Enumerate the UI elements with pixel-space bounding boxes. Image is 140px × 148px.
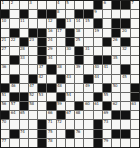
black-cell-r13c14 — [121, 111, 129, 119]
white-cell-r7c4[interactable] — [29, 56, 37, 64]
white-cell-r12c14[interactable] — [121, 102, 129, 110]
white-cell-r7c6[interactable]: 34 — [47, 56, 55, 64]
white-cell-r11c1[interactable]: 51 — [1, 93, 9, 101]
white-cell-r2c11[interactable]: 9 — [94, 10, 102, 18]
black-cell-r16c11 — [94, 139, 102, 147]
black-cell-r12c6 — [47, 102, 55, 110]
white-cell-r13c12[interactable]: 69 — [103, 111, 111, 119]
white-cell-r11c8[interactable]: 54 — [66, 93, 74, 101]
black-cell-r3c11 — [94, 19, 102, 27]
white-cell-r6c2[interactable] — [10, 47, 18, 55]
white-cell-r5c11[interactable] — [94, 38, 102, 46]
clue-number: 66 — [48, 111, 53, 115]
black-cell-r11c15 — [131, 93, 139, 101]
clue-number: 26 — [113, 38, 118, 42]
white-cell-r5c2[interactable]: 22 — [10, 38, 18, 46]
white-cell-r9c9[interactable] — [75, 75, 83, 83]
white-cell-r7c8[interactable] — [66, 56, 74, 64]
white-cell-r6c12[interactable] — [103, 47, 111, 55]
white-cell-r2c15[interactable] — [131, 10, 139, 18]
clue-number: 10 — [2, 19, 7, 23]
clue-number: 16 — [48, 29, 53, 33]
white-cell-r5c9[interactable]: 25 — [75, 38, 83, 46]
white-cell-r16c6[interactable]: 78 — [47, 139, 55, 147]
black-cell-r2c9 — [75, 10, 83, 18]
white-cell-r14c1[interactable]: 70 — [1, 120, 9, 128]
white-cell-r9c11[interactable]: 44 — [94, 75, 102, 83]
clue-number: 28 — [20, 47, 25, 51]
white-cell-r9c3[interactable] — [20, 75, 28, 83]
white-cell-r8c1[interactable]: 36 — [1, 65, 9, 73]
black-cell-r4c13 — [112, 29, 120, 37]
clue-number: 33 — [20, 56, 25, 60]
clue-number: 67 — [66, 111, 71, 115]
black-cell-r15c2 — [10, 130, 18, 138]
black-cell-r3c14 — [121, 19, 129, 27]
white-cell-r13c3[interactable]: 65 — [20, 111, 28, 119]
crossword-board: 1234567891011121314151617181920212223242… — [0, 0, 140, 148]
white-cell-r4c9[interactable]: 18 — [75, 29, 83, 37]
black-cell-r14c11 — [94, 120, 102, 128]
clue-number: 62 — [113, 102, 118, 106]
white-cell-r14c10[interactable] — [84, 120, 92, 128]
clue-number: 19 — [94, 29, 99, 33]
clue-number: 27 — [2, 47, 7, 51]
white-cell-r4c10[interactable] — [84, 29, 92, 37]
white-cell-r11c6[interactable] — [47, 93, 55, 101]
clue-number: 79 — [103, 139, 108, 143]
clue-number: 22 — [11, 38, 16, 42]
white-cell-r2c14[interactable] — [121, 10, 129, 18]
white-cell-r4c12[interactable] — [103, 29, 111, 37]
white-cell-r13c5[interactable] — [38, 111, 46, 119]
white-cell-r1c6[interactable] — [47, 1, 55, 9]
black-cell-r7c12 — [103, 56, 111, 64]
white-cell-r4c1[interactable] — [1, 29, 9, 37]
black-cell-r4c2 — [10, 29, 18, 37]
white-cell-r15c15[interactable] — [131, 130, 139, 138]
clue-number: 45 — [122, 75, 127, 79]
white-cell-r6c7[interactable] — [57, 47, 65, 55]
white-cell-r14c14[interactable] — [121, 120, 129, 128]
white-cell-r11c4[interactable]: 52 — [29, 93, 37, 101]
white-cell-r3c4[interactable] — [29, 19, 37, 27]
clue-number: 52 — [29, 93, 34, 97]
white-cell-r15c9[interactable]: 76 — [75, 130, 83, 138]
white-cell-r12c11[interactable]: 61 — [94, 102, 102, 110]
black-cell-r5c3 — [20, 38, 28, 46]
white-cell-r10c10[interactable]: 49 — [84, 84, 92, 92]
clue-number: 13 — [66, 19, 71, 23]
black-cell-r6c5 — [38, 47, 46, 55]
clue-number: 14 — [76, 19, 81, 23]
clue-number: 20 — [122, 29, 127, 33]
white-cell-r5c4[interactable]: 23 — [29, 38, 37, 46]
black-cell-r11c3 — [20, 93, 28, 101]
clue-number: 76 — [76, 130, 81, 134]
black-cell-r2c1 — [1, 10, 9, 18]
black-cell-r16c5 — [38, 139, 46, 147]
clue-number: 39 — [76, 65, 81, 69]
white-cell-r10c8[interactable] — [66, 84, 74, 92]
white-cell-r15c4[interactable] — [29, 130, 37, 138]
black-cell-r5c12 — [103, 38, 111, 46]
clue-number: 64 — [11, 111, 16, 115]
white-cell-r14c6[interactable]: 71 — [47, 120, 55, 128]
black-cell-r15c8 — [66, 130, 74, 138]
white-cell-r10c9[interactable] — [75, 84, 83, 92]
white-cell-r14c8[interactable] — [66, 120, 74, 128]
white-cell-r8c13[interactable] — [112, 65, 120, 73]
white-cell-r16c2[interactable] — [10, 139, 18, 147]
white-cell-r10c2[interactable]: 46 — [10, 84, 18, 92]
white-cell-r8c2[interactable] — [10, 65, 18, 73]
white-cell-r7c7[interactable] — [57, 56, 65, 64]
white-cell-r3c6[interactable]: 12 — [47, 19, 55, 27]
white-cell-r7c14[interactable] — [121, 56, 129, 64]
white-cell-r9c8[interactable]: 43 — [66, 75, 74, 83]
black-cell-r10c12 — [103, 84, 111, 92]
white-cell-r14c15[interactable] — [131, 120, 139, 128]
white-cell-r10c13[interactable]: 50 — [112, 84, 120, 92]
clue-number: 40 — [94, 65, 99, 69]
clue-number: 32 — [122, 47, 127, 51]
white-cell-r14c12[interactable]: 73 — [103, 120, 111, 128]
black-cell-r10c6 — [47, 84, 55, 92]
white-cell-r13c2[interactable]: 64 — [10, 111, 18, 119]
clue-number: 65 — [20, 111, 25, 115]
white-cell-r1c10[interactable] — [84, 1, 92, 9]
white-cell-r15c7[interactable] — [57, 130, 65, 138]
white-cell-r7c10[interactable] — [84, 56, 92, 64]
clue-number: 72 — [57, 120, 62, 124]
clue-number: 57 — [11, 102, 16, 106]
white-cell-r15c10[interactable] — [84, 130, 92, 138]
clue-number: 78 — [48, 139, 53, 143]
white-cell-r10c4[interactable]: 47 — [29, 84, 37, 92]
white-cell-r3c5[interactable] — [38, 19, 46, 27]
clue-number: 38 — [57, 65, 62, 69]
white-cell-r10c3[interactable] — [20, 84, 28, 92]
white-cell-r8c15[interactable] — [131, 65, 139, 73]
black-cell-r12c3 — [20, 102, 28, 110]
white-cell-r4c15[interactable] — [131, 29, 139, 37]
black-cell-r9c7 — [57, 75, 65, 83]
white-cell-r16c1[interactable]: 77 — [1, 139, 9, 147]
white-cell-r8c12[interactable]: 41 — [103, 65, 111, 73]
white-cell-r16c3[interactable] — [20, 139, 28, 147]
clue-number: 8 — [57, 10, 59, 14]
black-cell-r7c9 — [75, 56, 83, 64]
clue-number: 75 — [48, 130, 53, 134]
white-cell-r11c5[interactable]: 53 — [38, 93, 46, 101]
white-cell-r5c10[interactable] — [84, 38, 92, 46]
black-cell-r9c4 — [29, 75, 37, 83]
white-cell-r1c2[interactable]: 2 — [10, 1, 18, 9]
clue-number: 51 — [2, 93, 7, 97]
white-cell-r14c9[interactable] — [75, 120, 83, 128]
white-cell-r16c9[interactable] — [75, 139, 83, 147]
white-cell-r12c1[interactable]: 56 — [1, 102, 9, 110]
white-cell-r16c14[interactable] — [121, 139, 129, 147]
white-cell-r9c15[interactable] — [131, 75, 139, 83]
clue-number: 73 — [103, 120, 108, 124]
clue-number: 12 — [48, 19, 53, 23]
white-cell-r3c12[interactable] — [103, 19, 111, 27]
white-cell-r4c3[interactable] — [20, 29, 28, 37]
white-cell-r3c2[interactable] — [10, 19, 18, 27]
white-cell-r3c1[interactable]: 10 — [1, 19, 9, 27]
white-cell-r14c13[interactable] — [112, 120, 120, 128]
white-cell-r7c15[interactable] — [131, 56, 139, 64]
white-cell-r13c8[interactable]: 67 — [66, 111, 74, 119]
white-cell-r9c12[interactable] — [103, 75, 111, 83]
white-cell-r9c14[interactable]: 45 — [121, 75, 129, 83]
black-cell-r3c7 — [57, 19, 65, 27]
black-cell-r14c5 — [38, 120, 46, 128]
black-cell-r5c5 — [38, 38, 46, 46]
white-cell-r1c3[interactable] — [20, 1, 28, 9]
white-cell-r9c5[interactable]: 42 — [38, 75, 46, 83]
clue-number: 44 — [94, 75, 99, 79]
black-cell-r3c13 — [112, 19, 120, 27]
white-cell-r13c4[interactable] — [29, 111, 37, 119]
white-cell-r12c8[interactable] — [66, 102, 74, 110]
white-cell-r8c5[interactable]: 37 — [38, 65, 46, 73]
white-cell-r12c2[interactable]: 57 — [10, 102, 18, 110]
white-cell-r13c9[interactable]: 68 — [75, 111, 83, 119]
white-cell-r6c8[interactable]: 30 — [66, 47, 74, 55]
white-cell-r6c6[interactable]: 29 — [47, 47, 55, 55]
white-cell-r13c10[interactable] — [84, 111, 92, 119]
clue-number: 9 — [94, 10, 96, 14]
white-cell-r16c15[interactable] — [131, 139, 139, 147]
white-cell-r15c12[interactable] — [103, 130, 111, 138]
black-cell-r13c7 — [57, 111, 65, 119]
white-cell-r6c11[interactable] — [94, 47, 102, 55]
white-cell-r14c3[interactable] — [20, 120, 28, 128]
black-cell-r10c1 — [1, 84, 9, 92]
black-cell-r2c10 — [84, 10, 92, 18]
black-cell-r2c6 — [47, 10, 55, 18]
black-cell-r9c10 — [84, 75, 92, 83]
white-cell-r8c4[interactable] — [29, 65, 37, 73]
white-cell-r5c13[interactable]: 26 — [112, 38, 120, 46]
clue-number: 2 — [11, 1, 13, 5]
black-cell-r1c14 — [121, 1, 129, 9]
white-cell-r1c1[interactable]: 1 — [1, 1, 9, 9]
clue-number: 6 — [103, 1, 105, 5]
black-cell-r5c8 — [66, 38, 74, 46]
clue-number: 43 — [66, 75, 71, 79]
white-cell-r8c9[interactable]: 39 — [75, 65, 83, 73]
white-cell-r8c8[interactable] — [66, 65, 74, 73]
clue-number: 46 — [11, 84, 16, 88]
white-cell-r13c6[interactable]: 66 — [47, 111, 55, 119]
white-cell-r6c4[interactable] — [29, 47, 37, 55]
white-cell-r3c3[interactable]: 11 — [20, 19, 28, 27]
white-cell-r12c7[interactable]: 59 — [57, 102, 65, 110]
white-cell-r2c2[interactable] — [10, 10, 18, 18]
white-cell-r6c15[interactable] — [131, 47, 139, 55]
white-cell-r10c7[interactable]: 48 — [57, 84, 65, 92]
black-cell-r2c5 — [38, 10, 46, 18]
clue-number: 41 — [103, 65, 108, 69]
white-cell-r6c14[interactable]: 32 — [121, 47, 129, 55]
white-cell-r16c8[interactable] — [66, 139, 74, 147]
clue-number: 4 — [57, 1, 59, 5]
white-cell-r8c11[interactable]: 40 — [94, 65, 102, 73]
clue-number: 50 — [113, 84, 118, 88]
clue-number: 23 — [29, 38, 34, 42]
black-cell-r1c13 — [112, 1, 120, 9]
black-cell-r15c11 — [94, 130, 102, 138]
clue-number: 5 — [66, 1, 68, 5]
black-cell-r13c1 — [1, 111, 9, 119]
white-cell-r9c6[interactable] — [47, 75, 55, 83]
white-cell-r8c3[interactable] — [20, 65, 28, 73]
white-cell-r7c3[interactable]: 33 — [20, 56, 28, 64]
white-cell-r2c12[interactable] — [103, 10, 111, 18]
clue-number: 70 — [2, 120, 7, 124]
white-cell-r2c8[interactable] — [66, 10, 74, 18]
white-cell-r13c15[interactable] — [131, 111, 139, 119]
white-cell-r1c15[interactable]: 7 — [131, 1, 139, 9]
clue-number: 74 — [20, 130, 25, 134]
white-cell-r15c1[interactable] — [1, 130, 9, 138]
white-cell-r10c14[interactable] — [121, 84, 129, 92]
white-cell-r4c11[interactable]: 19 — [94, 29, 102, 37]
black-cell-r15c14 — [121, 130, 129, 138]
white-cell-r12c5[interactable] — [38, 102, 46, 110]
clue-number: 56 — [2, 102, 7, 106]
white-cell-r1c9[interactable] — [75, 1, 83, 9]
clue-number: 30 — [66, 47, 71, 51]
black-cell-r8c6 — [47, 65, 55, 73]
black-cell-r12c9 — [75, 102, 83, 110]
clue-number: 77 — [2, 139, 7, 143]
clue-number: 24 — [48, 38, 53, 42]
white-cell-r1c5[interactable] — [38, 1, 46, 9]
white-cell-r14c2[interactable] — [10, 120, 18, 128]
white-cell-r1c7[interactable]: 4 — [57, 1, 65, 9]
clue-number: 37 — [39, 65, 44, 69]
black-cell-r4c5 — [38, 29, 46, 37]
clue-number: 17 — [57, 29, 62, 33]
black-cell-r7c5 — [38, 56, 46, 64]
white-cell-r5c15[interactable] — [131, 38, 139, 46]
white-cell-r6c1[interactable]: 27 — [1, 47, 9, 55]
clue-number: 3 — [29, 1, 31, 5]
white-cell-r13c11[interactable] — [94, 111, 102, 119]
white-cell-r9c13[interactable] — [112, 75, 120, 83]
white-cell-r6c10[interactable]: 31 — [84, 47, 92, 55]
black-cell-r4c4 — [29, 29, 37, 37]
white-cell-r14c7[interactable]: 72 — [57, 120, 65, 128]
clue-number: 63 — [131, 102, 136, 106]
white-cell-r3c15[interactable] — [131, 19, 139, 27]
white-cell-r3c10[interactable]: 15 — [84, 19, 92, 27]
black-cell-r7c11 — [94, 56, 102, 64]
white-cell-r11c12[interactable]: 55 — [103, 93, 111, 101]
clue-number: 21 — [2, 38, 7, 42]
white-cell-r4c6[interactable]: 16 — [47, 29, 55, 37]
clue-number: 31 — [85, 47, 90, 51]
white-cell-r10c11[interactable] — [94, 84, 102, 92]
black-cell-r12c12 — [103, 102, 111, 110]
white-cell-r11c13[interactable] — [112, 93, 120, 101]
white-cell-r3c9[interactable]: 14 — [75, 19, 83, 27]
white-cell-r1c12[interactable]: 6 — [103, 1, 111, 9]
white-cell-r16c10[interactable] — [84, 139, 92, 147]
black-cell-r10c5 — [38, 84, 46, 92]
clue-number: 29 — [48, 47, 53, 51]
white-cell-r15c3[interactable]: 74 — [20, 130, 28, 138]
white-cell-r2c7[interactable]: 8 — [57, 10, 65, 18]
clue-number: 47 — [29, 84, 34, 88]
clue-number: 34 — [48, 56, 53, 60]
black-cell-r2c3 — [20, 10, 28, 18]
clue-number: 49 — [85, 84, 90, 88]
clue-number: 58 — [29, 102, 34, 106]
black-cell-r8c14 — [121, 65, 129, 73]
black-cell-r11c11 — [94, 93, 102, 101]
white-cell-r11c9[interactable] — [75, 93, 83, 101]
white-cell-r5c1[interactable]: 21 — [1, 38, 9, 46]
white-cell-r12c4[interactable]: 58 — [29, 102, 37, 110]
white-cell-r11c10[interactable] — [84, 93, 92, 101]
white-cell-r11c14[interactable] — [121, 93, 129, 101]
white-cell-r5c7[interactable] — [57, 38, 65, 46]
white-cell-r16c13[interactable] — [112, 139, 120, 147]
black-cell-r5c14 — [121, 38, 129, 46]
white-cell-r7c1[interactable] — [1, 56, 9, 64]
white-cell-r12c15[interactable]: 63 — [131, 102, 139, 110]
clue-number: 35 — [113, 56, 118, 60]
black-cell-r15c13 — [112, 130, 120, 138]
white-cell-r4c14[interactable]: 20 — [121, 29, 129, 37]
white-cell-r1c4[interactable]: 3 — [29, 1, 37, 9]
clue-number: 69 — [103, 111, 108, 115]
white-cell-r16c7[interactable] — [57, 139, 65, 147]
white-cell-r8c7[interactable]: 38 — [57, 65, 65, 73]
white-cell-r9c1[interactable] — [1, 75, 9, 83]
clue-number: 11 — [20, 19, 25, 23]
white-cell-r6c13[interactable] — [112, 47, 120, 55]
black-cell-r6c9 — [75, 47, 83, 55]
white-cell-r7c13[interactable]: 35 — [112, 56, 120, 64]
clue-number: 15 — [85, 19, 90, 23]
clue-number: 7 — [131, 1, 133, 5]
white-cell-r16c12[interactable]: 79 — [103, 139, 111, 147]
white-cell-r2c13[interactable] — [112, 10, 120, 18]
white-cell-r5c6[interactable]: 24 — [47, 38, 55, 46]
white-cell-r12c13[interactable]: 62 — [112, 102, 120, 110]
clue-number: 48 — [57, 84, 62, 88]
white-cell-r15c6[interactable]: 75 — [47, 130, 55, 138]
white-cell-r2c4[interactable] — [29, 10, 37, 18]
white-cell-r3c8[interactable]: 13 — [66, 19, 74, 27]
clue-number: 61 — [94, 102, 99, 106]
white-cell-r16c4[interactable] — [29, 139, 37, 147]
white-cell-r4c7[interactable]: 17 — [57, 29, 65, 37]
white-cell-r14c4[interactable] — [29, 120, 37, 128]
white-cell-r12c10[interactable]: 60 — [84, 102, 92, 110]
white-cell-r1c8[interactable]: 5 — [66, 1, 74, 9]
white-cell-r6c3[interactable]: 28 — [20, 47, 28, 55]
black-cell-r11c7 — [57, 93, 65, 101]
white-cell-r8c10[interactable] — [84, 65, 92, 73]
